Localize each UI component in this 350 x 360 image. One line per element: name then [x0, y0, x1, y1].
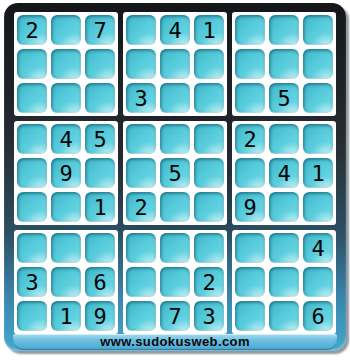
cell-r6c8[interactable]	[269, 192, 299, 222]
cell-r5c3[interactable]	[85, 158, 115, 188]
cell-r5c8[interactable]: 4	[269, 158, 299, 188]
cell-r8c9[interactable]	[303, 267, 333, 297]
cell-r9c8[interactable]	[269, 301, 299, 331]
cell-r7c3[interactable]	[85, 233, 115, 263]
cell-r8c5[interactable]	[160, 267, 190, 297]
cell-r8c8[interactable]	[269, 267, 299, 297]
cell-r2c4[interactable]	[126, 49, 156, 79]
cell-r4c9[interactable]	[303, 124, 333, 154]
cell-r1c5[interactable]: 4	[160, 15, 190, 45]
cell-r1c1[interactable]: 2	[17, 15, 47, 45]
cell-r1c8[interactable]	[269, 15, 299, 45]
box-6: 2419	[232, 121, 336, 225]
cell-r5c6[interactable]	[194, 158, 224, 188]
cell-r3c4[interactable]: 3	[126, 83, 156, 113]
cell-r8c2[interactable]	[51, 267, 81, 297]
footer-bar: www.sudokusweb.com	[13, 334, 337, 350]
cell-r5c4[interactable]	[126, 158, 156, 188]
cell-r6c1[interactable]	[17, 192, 47, 222]
box-1: 27	[14, 12, 118, 116]
cell-r2c1[interactable]	[17, 49, 47, 79]
cell-r8c6[interactable]: 2	[194, 267, 224, 297]
cell-r4c2[interactable]: 4	[51, 124, 81, 154]
cell-r2c6[interactable]	[194, 49, 224, 79]
cell-r9c6[interactable]: 3	[194, 301, 224, 331]
cell-r3c7[interactable]	[235, 83, 265, 113]
box-2: 413	[123, 12, 227, 116]
cell-r7c1[interactable]	[17, 233, 47, 263]
cell-r9c2[interactable]: 1	[51, 301, 81, 331]
cell-r4c3[interactable]: 5	[85, 124, 115, 154]
cell-r3c5[interactable]	[160, 83, 190, 113]
cell-r2c5[interactable]	[160, 49, 190, 79]
cell-r9c7[interactable]	[235, 301, 265, 331]
cell-r8c4[interactable]	[126, 267, 156, 297]
cell-r7c6[interactable]	[194, 233, 224, 263]
cell-r2c8[interactable]	[269, 49, 299, 79]
cell-r3c8[interactable]: 5	[269, 83, 299, 113]
cell-r6c6[interactable]	[194, 192, 224, 222]
sudoku-board: 2741354591522419361927346	[14, 12, 336, 334]
cell-r5c7[interactable]	[235, 158, 265, 188]
cell-r1c3[interactable]: 7	[85, 15, 115, 45]
cell-r9c5[interactable]: 7	[160, 301, 190, 331]
cell-r1c7[interactable]	[235, 15, 265, 45]
cell-r2c7[interactable]	[235, 49, 265, 79]
cell-r3c9[interactable]	[303, 83, 333, 113]
cell-r7c8[interactable]	[269, 233, 299, 263]
cell-r5c5[interactable]: 5	[160, 158, 190, 188]
box-9: 46	[232, 230, 336, 334]
cell-r4c6[interactable]	[194, 124, 224, 154]
cell-r4c7[interactable]: 2	[235, 124, 265, 154]
cell-r7c5[interactable]	[160, 233, 190, 263]
cell-r7c2[interactable]	[51, 233, 81, 263]
cell-r5c9[interactable]: 1	[303, 158, 333, 188]
cell-r6c5[interactable]	[160, 192, 190, 222]
cell-r5c1[interactable]	[17, 158, 47, 188]
cell-r2c3[interactable]	[85, 49, 115, 79]
cell-r2c9[interactable]	[303, 49, 333, 79]
cell-r9c3[interactable]: 9	[85, 301, 115, 331]
cell-r8c3[interactable]: 6	[85, 267, 115, 297]
cell-r6c4[interactable]: 2	[126, 192, 156, 222]
cell-r7c7[interactable]	[235, 233, 265, 263]
cell-r1c4[interactable]	[126, 15, 156, 45]
box-4: 4591	[14, 121, 118, 225]
cell-r4c8[interactable]	[269, 124, 299, 154]
cell-r1c9[interactable]	[303, 15, 333, 45]
cell-r4c5[interactable]	[160, 124, 190, 154]
box-5: 52	[123, 121, 227, 225]
cell-r8c1[interactable]: 3	[17, 267, 47, 297]
cell-r9c1[interactable]	[17, 301, 47, 331]
cell-r2c2[interactable]	[51, 49, 81, 79]
box-3: 5	[232, 12, 336, 116]
cell-r8c7[interactable]	[235, 267, 265, 297]
box-8: 273	[123, 230, 227, 334]
cell-r3c3[interactable]	[85, 83, 115, 113]
cell-r4c4[interactable]	[126, 124, 156, 154]
site-url-label: www.sudokusweb.com	[100, 334, 250, 350]
cell-r3c2[interactable]	[51, 83, 81, 113]
cell-r1c2[interactable]	[51, 15, 81, 45]
board-frame: 2741354591522419361927346 www.sudokusweb…	[4, 3, 346, 351]
box-7: 3619	[14, 230, 118, 334]
cell-r3c6[interactable]	[194, 83, 224, 113]
cell-r9c9[interactable]: 6	[303, 301, 333, 331]
cell-r4c1[interactable]	[17, 124, 47, 154]
cell-r5c2[interactable]: 9	[51, 158, 81, 188]
cell-r1c6[interactable]: 1	[194, 15, 224, 45]
cell-r6c9[interactable]	[303, 192, 333, 222]
cell-r6c3[interactable]: 1	[85, 192, 115, 222]
cell-r7c9[interactable]: 4	[303, 233, 333, 263]
cell-r7c4[interactable]	[126, 233, 156, 263]
cell-r9c4[interactable]	[126, 301, 156, 331]
cell-r6c7[interactable]: 9	[235, 192, 265, 222]
cell-r3c1[interactable]	[17, 83, 47, 113]
cell-r6c2[interactable]	[51, 192, 81, 222]
